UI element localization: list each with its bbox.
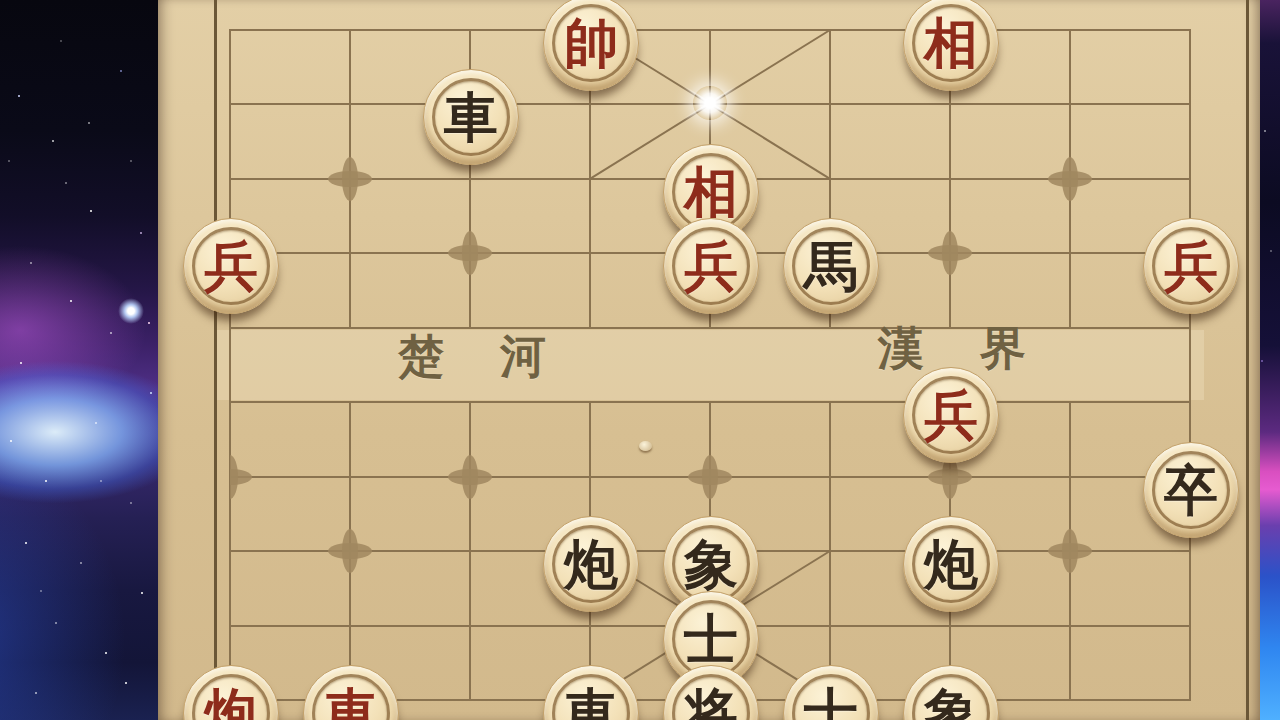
- piece-character: 将: [684, 686, 738, 720]
- point-marker: [327, 156, 373, 202]
- point-marker: [1047, 156, 1093, 202]
- piece-character: 象: [924, 686, 978, 720]
- piece-character: 士: [804, 686, 858, 720]
- point-marker: [1047, 528, 1093, 574]
- piece-character: 兵: [684, 239, 738, 293]
- piece-character: 象: [684, 537, 738, 591]
- piece-character: 炮: [924, 537, 978, 591]
- stars-decoration: [0, 0, 2, 2]
- piece-black-soldier[interactable]: 卒: [1143, 442, 1239, 538]
- piece-black-elephant[interactable]: 象: [903, 665, 999, 720]
- piece-character: 炮: [204, 686, 258, 720]
- piece-black-advisor[interactable]: 士: [783, 665, 879, 720]
- dust-speck: [639, 441, 652, 451]
- point-marker: [447, 454, 493, 500]
- piece-red-general[interactable]: 帥: [543, 0, 639, 91]
- background-starfield-left: [0, 0, 160, 720]
- point-marker: [447, 230, 493, 276]
- board-border-left: [214, 0, 217, 720]
- file-line: [229, 30, 231, 700]
- point-marker: [927, 230, 973, 276]
- piece-black-chariot[interactable]: 車: [543, 665, 639, 720]
- piece-character: 炮: [564, 537, 618, 591]
- piece-red-soldier[interactable]: 兵: [1143, 218, 1239, 314]
- point-marker: [687, 454, 733, 500]
- background-starfield-right: [1258, 0, 1280, 720]
- piece-character: 車: [324, 686, 378, 720]
- river-label-han-jie: 漢界: [878, 318, 1082, 380]
- river-label-chu-he: 楚河: [398, 326, 602, 388]
- piece-character: 卒: [1164, 463, 1218, 517]
- piece-character: 相: [684, 165, 738, 219]
- piece-character: 士: [684, 612, 738, 666]
- file-line: [1189, 30, 1191, 700]
- piece-red-cannon[interactable]: 炮: [183, 665, 279, 720]
- piece-character: 車: [444, 90, 498, 144]
- piece-black-chariot[interactable]: 車: [423, 69, 519, 165]
- piece-character: 車: [564, 686, 618, 720]
- piece-character: 兵: [204, 239, 258, 293]
- app-window: 楚河 漢界 帥相車相兵兵馬兵兵卒炮象炮士炮車車将士象: [0, 0, 1280, 720]
- piece-character: 兵: [1164, 239, 1218, 293]
- piece-character: 馬: [804, 239, 858, 293]
- sparkle-effect: [693, 86, 727, 120]
- piece-red-elephant[interactable]: 相: [903, 0, 999, 91]
- bright-star: [118, 298, 144, 324]
- piece-black-cannon[interactable]: 炮: [903, 516, 999, 612]
- piece-red-chariot[interactable]: 車: [303, 665, 399, 720]
- piece-character: 帥: [564, 16, 618, 70]
- piece-character: 兵: [924, 388, 978, 442]
- piece-red-soldier[interactable]: 兵: [903, 367, 999, 463]
- file-line: [469, 402, 471, 700]
- piece-red-soldier[interactable]: 兵: [183, 218, 279, 314]
- piece-red-soldier[interactable]: 兵: [663, 218, 759, 314]
- piece-black-cannon[interactable]: 炮: [543, 516, 639, 612]
- point-marker: [327, 528, 373, 574]
- piece-black-horse[interactable]: 馬: [783, 218, 879, 314]
- piece-character: 相: [924, 16, 978, 70]
- board-border-right: [1246, 0, 1249, 720]
- xiangqi-board[interactable]: 楚河 漢界 帥相車相兵兵馬兵兵卒炮象炮士炮車車将士象: [158, 0, 1260, 720]
